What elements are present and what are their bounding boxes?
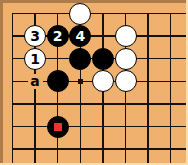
- grid-line-h-7: [12, 148, 188, 149]
- stone-white-c5r4: [92, 70, 114, 92]
- grid-line-v-7: [147, 13, 148, 165]
- board-bevel-right: [186, 0, 188, 165]
- stone-white-c6r4: [115, 70, 137, 92]
- go-diagram: a3241: [0, 0, 188, 165]
- board-bevel-top: [0, 0, 188, 3]
- stone-black-c3r2: 2: [47, 25, 69, 47]
- stone-white-c2r2: 3: [24, 25, 46, 47]
- red-square-marker: [54, 123, 62, 131]
- grid-line-v-8: [170, 13, 171, 165]
- move-number: 1: [30, 52, 40, 66]
- stone-white-c2r3: 1: [24, 48, 46, 70]
- grid-line-h-5: [12, 103, 188, 104]
- stone-white-c6r3: [115, 48, 137, 70]
- stone-black-c3r4: [47, 70, 69, 92]
- stone-black-c3r6: [47, 116, 69, 138]
- hoshi-point: [78, 79, 83, 84]
- move-number: 2: [53, 29, 63, 43]
- grid-line-h-6: [12, 126, 188, 127]
- move-number: 4: [75, 29, 85, 43]
- grid-line-h-1: [12, 13, 188, 15]
- point-label-a: a: [28, 74, 43, 89]
- stone-black-c4r3: [69, 48, 91, 70]
- stone-black-c4r2: 4: [69, 25, 91, 47]
- stone-white-c4r1: [69, 3, 91, 25]
- board-bevel-bottom: [0, 163, 188, 165]
- stone-white-c6r2: [115, 25, 137, 47]
- board-bevel-left: [0, 0, 3, 165]
- grid-line-v-1: [12, 13, 14, 165]
- stone-black-c5r3: [92, 48, 114, 70]
- move-number: 3: [30, 29, 40, 43]
